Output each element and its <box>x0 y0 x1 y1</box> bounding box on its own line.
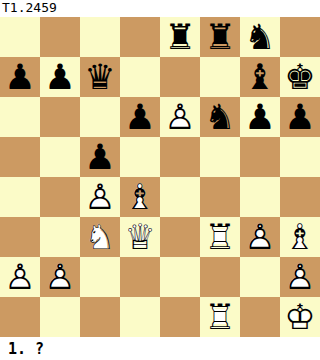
black-pawn-piece: ♟ <box>240 97 280 137</box>
square-e2[interactable] <box>160 257 200 297</box>
square-a4[interactable] <box>0 177 40 217</box>
square-c5[interactable]: ♟ <box>80 137 120 177</box>
square-c1[interactable] <box>80 297 120 337</box>
square-d5[interactable] <box>120 137 160 177</box>
square-d1[interactable] <box>120 297 160 337</box>
black-pawn-piece: ♟ <box>80 137 120 177</box>
square-h4[interactable] <box>280 177 320 217</box>
square-b2[interactable]: ♟♙ <box>40 257 80 297</box>
square-a3[interactable] <box>0 217 40 257</box>
chess-puzzle-page: T1.2459 ♜♜♞♟♟♛♝♚♟♟♙♞♟♟♟♟♙♝♗♞♘♛♕♜♖♟♙♝♗♟♙♟… <box>0 0 320 360</box>
white-pawn-piece: ♟♙ <box>0 257 40 297</box>
white-pawn-piece: ♟♙ <box>280 257 320 297</box>
square-g2[interactable] <box>240 257 280 297</box>
square-f1[interactable]: ♜♖ <box>200 297 240 337</box>
white-pawn-piece: ♟♙ <box>40 257 80 297</box>
square-e6[interactable]: ♟♙ <box>160 97 200 137</box>
square-b4[interactable] <box>40 177 80 217</box>
square-h1[interactable]: ♚♔ <box>280 297 320 337</box>
square-g5[interactable] <box>240 137 280 177</box>
white-king-piece: ♚♔ <box>280 297 320 337</box>
square-f8[interactable]: ♜ <box>200 17 240 57</box>
square-a8[interactable] <box>0 17 40 57</box>
square-f5[interactable] <box>200 137 240 177</box>
square-f7[interactable] <box>200 57 240 97</box>
square-f3[interactable]: ♜♖ <box>200 217 240 257</box>
square-c2[interactable] <box>80 257 120 297</box>
black-queen-piece: ♛ <box>80 57 120 97</box>
square-e1[interactable] <box>160 297 200 337</box>
square-b7[interactable]: ♟ <box>40 57 80 97</box>
black-pawn-piece: ♟ <box>40 57 80 97</box>
square-h2[interactable]: ♟♙ <box>280 257 320 297</box>
square-e5[interactable] <box>160 137 200 177</box>
black-knight-piece: ♞ <box>200 97 240 137</box>
square-f4[interactable] <box>200 177 240 217</box>
square-b1[interactable] <box>40 297 80 337</box>
square-c4[interactable]: ♟♙ <box>80 177 120 217</box>
square-b6[interactable] <box>40 97 80 137</box>
square-d8[interactable] <box>120 17 160 57</box>
white-pawn-piece: ♟♙ <box>240 217 280 257</box>
square-b8[interactable] <box>40 17 80 57</box>
square-g3[interactable]: ♟♙ <box>240 217 280 257</box>
square-g6[interactable]: ♟ <box>240 97 280 137</box>
square-a6[interactable] <box>0 97 40 137</box>
square-c3[interactable]: ♞♘ <box>80 217 120 257</box>
square-a1[interactable] <box>0 297 40 337</box>
black-king-piece: ♚ <box>280 57 320 97</box>
white-rook-piece: ♜♖ <box>200 297 240 337</box>
square-d6[interactable]: ♟ <box>120 97 160 137</box>
black-rook-piece: ♜ <box>160 17 200 57</box>
square-h7[interactable]: ♚ <box>280 57 320 97</box>
white-knight-piece: ♞♘ <box>80 217 120 257</box>
black-pawn-piece: ♟ <box>120 97 160 137</box>
square-c7[interactable]: ♛ <box>80 57 120 97</box>
square-h6[interactable]: ♟ <box>280 97 320 137</box>
square-h8[interactable] <box>280 17 320 57</box>
square-d7[interactable] <box>120 57 160 97</box>
square-h5[interactable] <box>280 137 320 177</box>
square-d2[interactable] <box>120 257 160 297</box>
square-g1[interactable] <box>240 297 280 337</box>
black-rook-piece: ♜ <box>200 17 240 57</box>
square-f2[interactable] <box>200 257 240 297</box>
square-a2[interactable]: ♟♙ <box>0 257 40 297</box>
square-a7[interactable]: ♟ <box>0 57 40 97</box>
square-d3[interactable]: ♛♕ <box>120 217 160 257</box>
square-f6[interactable]: ♞ <box>200 97 240 137</box>
square-h3[interactable]: ♝♗ <box>280 217 320 257</box>
square-c6[interactable] <box>80 97 120 137</box>
black-pawn-piece: ♟ <box>0 57 40 97</box>
square-e7[interactable] <box>160 57 200 97</box>
black-pawn-piece: ♟ <box>280 97 320 137</box>
square-g4[interactable] <box>240 177 280 217</box>
square-b5[interactable] <box>40 137 80 177</box>
move-prompt: 1. ? <box>0 337 320 360</box>
square-d4[interactable]: ♝♗ <box>120 177 160 217</box>
white-bishop-piece: ♝♗ <box>120 177 160 217</box>
white-pawn-piece: ♟♙ <box>80 177 120 217</box>
square-a5[interactable] <box>0 137 40 177</box>
square-e8[interactable]: ♜ <box>160 17 200 57</box>
square-b3[interactable] <box>40 217 80 257</box>
white-rook-piece: ♜♖ <box>200 217 240 257</box>
square-g8[interactable]: ♞ <box>240 17 280 57</box>
white-queen-piece: ♛♕ <box>120 217 160 257</box>
chess-board: ♜♜♞♟♟♛♝♚♟♟♙♞♟♟♟♟♙♝♗♞♘♛♕♜♖♟♙♝♗♟♙♟♙♟♙♜♖♚♔ <box>0 17 320 337</box>
square-e4[interactable] <box>160 177 200 217</box>
black-bishop-piece: ♝ <box>240 57 280 97</box>
puzzle-title: T1.2459 <box>0 0 320 17</box>
white-bishop-piece: ♝♗ <box>280 217 320 257</box>
black-knight-piece: ♞ <box>240 17 280 57</box>
square-e3[interactable] <box>160 217 200 257</box>
white-pawn-piece: ♟♙ <box>160 97 200 137</box>
square-g7[interactable]: ♝ <box>240 57 280 97</box>
square-c8[interactable] <box>80 17 120 57</box>
